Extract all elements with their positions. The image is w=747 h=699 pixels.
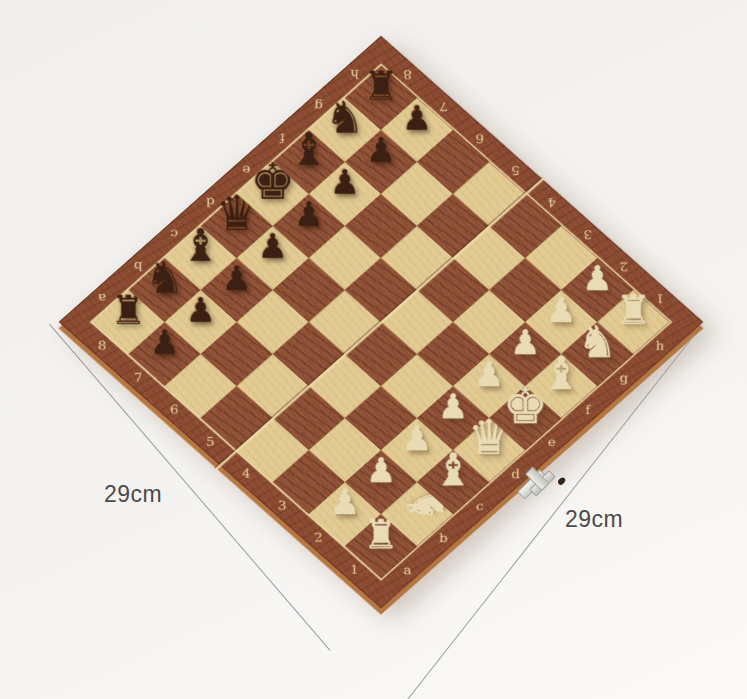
clasp-pin <box>557 476 567 486</box>
dimension-label-left: 29cm <box>104 481 162 508</box>
product-photo: ♜♞♝♛♚♝♞♜♟♟♟♟♟♟♟♟♟♟♟♟♟♟♟♟♜♞♝♛♚♝♞♜ aa88bb7… <box>0 0 747 699</box>
dimension-label-right: 29cm <box>565 506 623 533</box>
black-rook-h8: ♜ <box>356 60 407 111</box>
